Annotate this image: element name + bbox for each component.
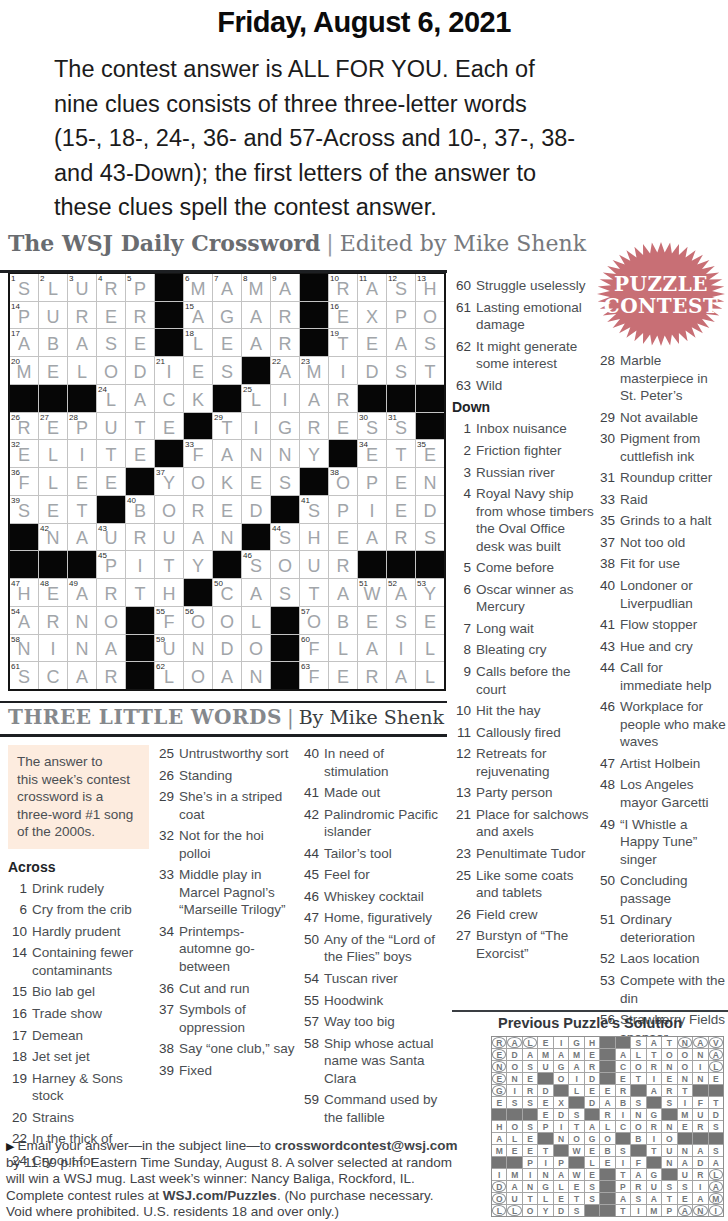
cell-letter: D — [416, 496, 444, 523]
clue-text: Hoodwink — [324, 992, 446, 1010]
grid-cell: R — [358, 662, 386, 689]
clue-text: Come before — [476, 559, 594, 577]
cell-letter: M — [300, 357, 328, 384]
cell-letter: R — [126, 524, 154, 551]
cell-letter: N — [538, 1169, 552, 1180]
grid-cell: D — [492, 1181, 506, 1192]
grid-cell: O — [569, 1133, 583, 1144]
clue-number: 15 — [8, 983, 27, 1001]
cell-letter: N — [662, 1157, 676, 1168]
cell-letter: L — [600, 1121, 614, 1132]
cell-letter: O — [184, 607, 212, 634]
grid-cell: I — [507, 1085, 521, 1096]
grid-cell: 58N — [10, 635, 38, 662]
cell-letter: L — [39, 468, 67, 495]
grid-cell: 56O — [184, 607, 212, 634]
grid-cell: 57O — [300, 607, 328, 634]
cell-letter: W — [358, 579, 386, 606]
cell-letter: L — [242, 385, 270, 412]
across-clue-44: 44Tailor’s tool — [300, 845, 446, 863]
grid-cell: A — [97, 635, 125, 662]
grid-cell: E — [387, 496, 415, 523]
grid-cell: 13H — [416, 274, 444, 301]
grid-cell: A — [709, 1157, 723, 1168]
clue-text: Artist Holbein — [620, 755, 728, 773]
cell-letter: U — [97, 413, 125, 440]
clue-number: 13 — [452, 784, 471, 802]
black-cell — [554, 1085, 568, 1096]
grid-cell: C — [616, 1121, 630, 1132]
clue-text: Like some coats and tablets — [476, 867, 594, 902]
across-clue-63: 63Wild — [452, 377, 594, 395]
clue-text: Strains — [32, 1109, 149, 1127]
down-clue-30: 30Pigment from cuttlefish ink — [596, 430, 728, 465]
cell-letter: O — [678, 1061, 692, 1072]
clue-number: 38 — [596, 555, 615, 573]
clue-number: 1 — [452, 420, 471, 438]
clue-text: Ordinary deterioration — [620, 911, 728, 946]
cell-letter: U — [155, 524, 183, 551]
pointer-icon: ▶ — [6, 1140, 14, 1152]
cell-letter: N — [554, 1133, 568, 1144]
cell-letter: G — [647, 1109, 661, 1120]
cell-letter: A — [693, 1145, 707, 1156]
cell-letter: I — [538, 1157, 552, 1168]
cell-letter: A — [523, 1049, 537, 1060]
grid-cell: K — [184, 385, 212, 412]
cell-letter: A — [213, 274, 241, 301]
grid-cell: W — [569, 1169, 583, 1180]
clue-text: Concluding passage — [620, 872, 728, 907]
clue-text: Oscar winner as Mercury — [476, 581, 594, 616]
grid-cell: I — [631, 1205, 645, 1216]
clue-text: Made out — [324, 784, 446, 802]
grid-cell: A — [242, 302, 270, 329]
grid-cell: D — [242, 496, 270, 523]
clue-text: Tailor’s tool — [324, 845, 446, 863]
cell-letter: R — [693, 1169, 707, 1180]
cell-letter: M — [492, 1145, 506, 1156]
black-cell — [10, 524, 38, 551]
cell-letter: S — [523, 1121, 537, 1132]
cell-letter: D — [126, 357, 154, 384]
grid-cell: S — [569, 1205, 583, 1216]
black-cell — [39, 385, 67, 412]
clue-number: 29 — [155, 788, 174, 823]
grid-cell: S — [709, 1121, 723, 1132]
down-clue-6: 6Oscar winner as Mercury — [452, 581, 594, 616]
grid-cell: R — [329, 385, 357, 412]
grid-cell: A — [358, 524, 386, 551]
grid-cell: N — [678, 1073, 692, 1084]
cell-letter: P — [97, 551, 125, 578]
cell-letter: O — [155, 496, 183, 523]
clue-text: Londoner or Liverpudlian — [620, 577, 728, 612]
grid-cell: S — [523, 1121, 537, 1132]
grid-cell: E — [709, 1073, 723, 1084]
cell-letter: E — [39, 413, 67, 440]
grid-cell: A — [631, 1169, 645, 1180]
black-cell — [693, 1133, 707, 1144]
black-cell — [600, 1061, 614, 1072]
clue-text: Home, figuratively — [324, 909, 446, 927]
cell-letter: R — [300, 413, 328, 440]
grid-cell: R — [126, 302, 154, 329]
cell-letter: E — [97, 302, 125, 329]
cell-letter: P — [68, 413, 96, 440]
cell-letter: L — [242, 607, 270, 634]
black-cell — [126, 662, 154, 689]
grid-cell: O — [662, 1049, 676, 1060]
cell-letter: N — [242, 440, 270, 467]
grid-cell: O — [507, 1121, 521, 1132]
cell-letter: T — [569, 1193, 583, 1204]
clue-text: Printemps-automne go-between — [179, 923, 296, 976]
clue-number: 6 — [8, 901, 27, 919]
grid-cell: A — [213, 662, 241, 689]
clue-number: 10 — [8, 923, 27, 941]
email-link[interactable]: crosswordcontest@wsj.com — [275, 1138, 458, 1153]
grid-cell: E — [600, 1157, 614, 1168]
black-cell — [416, 551, 444, 578]
grid-cell: I — [554, 1037, 568, 1048]
cell-letter: E — [600, 1157, 614, 1168]
down-clue-7: 7Long wait — [452, 620, 594, 638]
grid-cell: S — [416, 524, 444, 551]
cell-letter: S — [709, 1121, 723, 1132]
cell-letter: E — [507, 1145, 521, 1156]
clue-column-right: 28Marble masterpiece in St. Peter’s29Not… — [596, 352, 728, 1050]
grid-cell: 33F — [184, 440, 212, 467]
black-cell — [600, 1193, 614, 1204]
grid-cell: O — [242, 635, 270, 662]
cell-letter: A — [271, 274, 299, 301]
grid-cell: E — [329, 662, 357, 689]
grid-cell: R — [271, 302, 299, 329]
black-cell — [678, 1133, 692, 1144]
grid-cell: E — [523, 1133, 537, 1144]
across-clue-55: 55Hoodwink — [300, 992, 446, 1010]
cell-letter: S — [523, 1061, 537, 1072]
grid-cell: L — [492, 1205, 506, 1216]
down-clue-31: 31Roundup critter — [596, 469, 728, 487]
clue-text: Middle play in Marcel Pagnol’s “Marseill… — [179, 866, 296, 919]
grid-cell: E — [213, 496, 241, 523]
black-cell — [300, 468, 328, 495]
cell-letter: S — [387, 274, 415, 301]
cell-letter: A — [213, 662, 241, 689]
contest-note-box: The answer to this week’s contest crossw… — [8, 745, 149, 849]
clue-number: 9 — [452, 663, 471, 698]
cell-letter: S — [507, 1097, 521, 1108]
black-cell — [647, 1157, 661, 1168]
black-cell — [631, 1145, 645, 1156]
clue-text: Trade show — [32, 1005, 149, 1023]
circle-mark — [709, 1049, 723, 1060]
grid-cell: 59U — [155, 635, 183, 662]
clue-number: 26 — [452, 906, 471, 924]
cell-letter: O — [631, 1121, 645, 1132]
grid-cell: A — [693, 1193, 707, 1204]
clue-column-below-3: 40In need of stimulation41Made out42Pali… — [300, 745, 446, 1130]
cell-letter: S — [585, 1181, 599, 1192]
cell-letter: R — [631, 1181, 645, 1192]
grid-cell: B — [39, 329, 67, 356]
cell-letter: M — [647, 1205, 661, 1216]
across-clue-29: 29She’s in a striped coat — [155, 788, 296, 823]
grid-cell: S — [631, 1193, 645, 1204]
grid-cell: L — [507, 1133, 521, 1144]
black-cell — [416, 385, 444, 412]
across-clue-54: 54Tuscan river — [300, 970, 446, 988]
cell-letter: B — [39, 329, 67, 356]
circle-mark — [678, 1205, 692, 1216]
clue-text: Command used by the fallible — [324, 1091, 446, 1126]
grid-cell: L — [39, 468, 67, 495]
cell-letter: M — [678, 1109, 692, 1120]
clue-text: Burstyn of “The Exorcist” — [476, 927, 594, 962]
grid-cell: I — [329, 357, 357, 384]
grid-cell: 3U — [68, 274, 96, 301]
grid-cell: E — [358, 607, 386, 634]
cell-letter: L — [507, 1133, 521, 1144]
cell-letter: E — [492, 1097, 506, 1108]
grid-cell: A — [647, 1193, 661, 1204]
down-clue-50: 50Concluding passage — [596, 872, 728, 907]
grid-cell: 8M — [242, 274, 270, 301]
clue-text: Royal Navy ship from whose timbers the O… — [476, 485, 594, 555]
grid-cell: B — [616, 1097, 630, 1108]
grid-cell: T — [569, 1193, 583, 1204]
cell-letter: R — [271, 329, 299, 356]
grid-cell: F — [631, 1157, 645, 1168]
cell-letter: I — [242, 413, 270, 440]
grid-cell: E — [678, 1121, 692, 1132]
clue-number: 60 — [452, 277, 471, 295]
circle-mark — [709, 1193, 723, 1204]
grid-cell: A — [507, 1037, 521, 1048]
clue-text: Fit for use — [620, 555, 728, 573]
clue-text: Field crew — [476, 906, 594, 924]
grid-cell: 19T — [329, 329, 357, 356]
grid-cell: A — [693, 1145, 707, 1156]
grid-cell: E — [538, 1109, 552, 1120]
clue-number: 1 — [8, 880, 27, 898]
cell-letter: G — [554, 1061, 568, 1072]
cell-letter: S — [416, 329, 444, 356]
grid-cell: 32E — [10, 440, 38, 467]
down-clue-1: 1Inbox nuisance — [452, 420, 594, 438]
cell-letter: L — [155, 662, 183, 689]
cell-letter: E — [213, 329, 241, 356]
clue-number: 14 — [8, 944, 27, 979]
down-clue-33: 33Raid — [596, 491, 728, 509]
black-cell — [271, 662, 299, 689]
grid-cell: H — [492, 1121, 506, 1132]
cell-letter: S — [358, 413, 386, 440]
grid-cell: E — [387, 468, 415, 495]
cell-letter: R — [387, 524, 415, 551]
cell-letter: T — [68, 496, 96, 523]
across-clue-33: 33Middle play in Marcel Pagnol’s “Marsei… — [155, 866, 296, 919]
cell-letter: E — [709, 1073, 723, 1084]
black-cell — [300, 302, 328, 329]
clue-number: 5 — [452, 559, 471, 577]
grid-cell: N — [662, 1121, 676, 1132]
cell-letter: S — [242, 551, 270, 578]
cell-letter: I — [68, 440, 96, 467]
grid-cell: B — [600, 1145, 614, 1156]
grid-cell: A — [709, 1049, 723, 1060]
circle-mark — [709, 1037, 723, 1048]
grid-cell: 42N — [39, 524, 67, 551]
black-cell — [600, 1205, 614, 1216]
cell-letter: H — [10, 579, 38, 606]
cell-letter: A — [242, 329, 270, 356]
grid-cell: E — [523, 1073, 537, 1084]
cell-letter: L — [416, 635, 444, 662]
cell-letter: K — [184, 385, 212, 412]
cell-letter: O — [507, 1061, 521, 1072]
cell-letter: E — [39, 579, 67, 606]
across-header: Across — [8, 858, 149, 876]
rules-link[interactable]: WSJ.com/Puzzles — [163, 1188, 277, 1203]
cell-letter: T — [647, 1049, 661, 1060]
clue-text: Marble masterpiece in St. Peter’s — [620, 352, 728, 405]
grid-cell: D — [585, 1097, 599, 1108]
grid-cell: O — [184, 468, 212, 495]
grid-cell: I — [647, 1073, 661, 1084]
clue-text: Inbox nuisance — [476, 420, 594, 438]
cell-letter: O — [523, 1205, 537, 1216]
cell-letter: I — [358, 496, 386, 523]
grid-cell: D — [554, 1109, 568, 1120]
grid-cell: A — [647, 1085, 661, 1096]
clue-text: Roundup critter — [620, 469, 728, 487]
cell-letter: C — [616, 1061, 630, 1072]
cell-letter: S — [10, 274, 38, 301]
clue-text: Laos location — [620, 950, 728, 968]
cell-letter: L — [184, 329, 212, 356]
grid-cell: D — [213, 635, 241, 662]
circle-mark — [678, 1037, 692, 1048]
grid-cell: M — [569, 1049, 583, 1060]
clue-text: Jet set jet — [32, 1048, 149, 1066]
cell-letter: R — [662, 1085, 676, 1096]
grid-cell: 1S — [10, 274, 38, 301]
grid-cell: T — [126, 413, 154, 440]
grid-cell: A — [184, 524, 212, 551]
across-clue-18: 18Jet set jet — [8, 1048, 149, 1066]
across-clue-47: 47Home, figuratively — [300, 909, 446, 927]
section-header: THREE LITTLE WORDS|By Mike Shenk — [8, 705, 444, 729]
grid-cell: O — [554, 1073, 568, 1084]
cell-letter: U — [68, 274, 96, 301]
grid-cell: A — [600, 1097, 614, 1108]
clue-number: 25 — [155, 745, 174, 763]
cell-letter: U — [507, 1193, 521, 1204]
cell-letter: R — [329, 385, 357, 412]
circle-mark — [709, 1205, 723, 1216]
cell-letter: E — [358, 329, 386, 356]
grid-cell: A — [616, 1049, 630, 1060]
clue-text: Demean — [32, 1027, 149, 1045]
masthead-separator: | — [326, 231, 333, 256]
black-cell — [242, 357, 270, 384]
across-clue-42: 42Palindromic Pacific islander — [300, 806, 446, 841]
across-clue-1: 1Drink rudely — [8, 880, 149, 898]
black-cell — [662, 1169, 676, 1180]
cell-letter: H — [492, 1121, 506, 1132]
cell-letter: R — [184, 496, 212, 523]
cell-letter: S — [271, 579, 299, 606]
grid-cell: D — [538, 1085, 552, 1096]
black-cell — [600, 1073, 614, 1084]
grid-cell: E — [523, 1145, 537, 1156]
clue-number: 57 — [300, 1013, 319, 1031]
grid-cell: S — [523, 1061, 537, 1072]
grid-cell: P — [616, 1181, 630, 1192]
clue-number: 11 — [452, 724, 471, 742]
grid-cell: R — [39, 607, 67, 634]
cell-letter: P — [616, 1181, 630, 1192]
grid-cell: O — [631, 1061, 645, 1072]
down-clue-9: 9Calls before the court — [452, 663, 594, 698]
grid-cell: E — [126, 329, 154, 356]
down-clue-28: 28Marble masterpiece in St. Peter’s — [596, 352, 728, 405]
down-clue-49: 49“I Whistle a Happy Tune” singer — [596, 816, 728, 869]
cell-letter: A — [600, 1097, 614, 1108]
across-clue-61: 61Lasting emotional damage — [452, 299, 594, 334]
cell-letter: T — [97, 440, 125, 467]
cell-letter: S — [569, 1205, 583, 1216]
cell-letter: N — [242, 662, 270, 689]
grid-cell: S — [585, 1193, 599, 1204]
grid-cell: L — [523, 1037, 537, 1048]
cell-letter: E — [68, 468, 96, 495]
cell-letter: A — [68, 329, 96, 356]
cell-letter: U — [39, 302, 67, 329]
cell-letter: E — [538, 1037, 552, 1048]
grid-cell: 36F — [10, 468, 38, 495]
grid-cell: N — [631, 1109, 645, 1120]
cell-letter: W — [569, 1145, 583, 1156]
cell-letter: F — [10, 468, 38, 495]
grid-cell: D — [693, 1157, 707, 1168]
cell-letter: S — [387, 413, 415, 440]
rule-above-section-title — [0, 701, 447, 703]
black-cell — [10, 551, 38, 578]
grid-cell: Y — [300, 440, 328, 467]
clue-number: 27 — [452, 927, 471, 962]
grid-cell: E — [538, 1097, 552, 1108]
cell-letter: A — [358, 524, 386, 551]
grid-cell: O — [600, 1133, 614, 1144]
cell-letter: S — [569, 1109, 583, 1120]
previous-solution-title: Previous Puzzle’s Solution — [452, 1015, 728, 1031]
cell-letter: E — [554, 1193, 568, 1204]
grid-cell: E — [155, 413, 183, 440]
clue-number: 18 — [8, 1048, 27, 1066]
clue-number: 39 — [155, 1062, 174, 1080]
cell-letter: A — [68, 662, 96, 689]
clue-text: Hardly prudent — [32, 923, 149, 941]
cell-letter: N — [693, 1073, 707, 1084]
black-cell — [300, 274, 328, 301]
down-clue-8: 8Bleating cry — [452, 641, 594, 659]
cell-letter: A — [709, 1157, 723, 1168]
grid-cell: R — [647, 1061, 661, 1072]
